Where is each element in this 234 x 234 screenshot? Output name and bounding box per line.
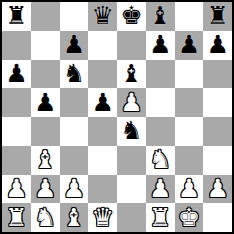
square-d7[interactable]: [88, 31, 117, 60]
square-h4[interactable]: [203, 117, 232, 146]
white-pawn: ♟: [34, 175, 56, 203]
square-c1[interactable]: ♝: [60, 203, 89, 232]
square-g1[interactable]: ♚: [175, 203, 204, 232]
square-c6[interactable]: ♞: [60, 60, 89, 89]
square-d6[interactable]: [88, 60, 117, 89]
black-pawn: ♟: [149, 31, 171, 59]
black-rook: ♜: [206, 2, 228, 30]
square-g2[interactable]: ♟: [175, 175, 204, 204]
square-h2[interactable]: ♟: [203, 175, 232, 204]
square-a8[interactable]: ♜: [2, 2, 31, 31]
white-pawn: ♟: [206, 175, 228, 203]
square-f1[interactable]: ♜: [146, 203, 175, 232]
chess-board: ♜♛♚♝♜♟♟♟♟♟♞♝♟♟♟♞♝♞♟♟♟♟♟♟♜♞♝♛♜♚: [0, 0, 234, 234]
black-pawn: ♟: [91, 89, 113, 117]
square-d2[interactable]: [88, 175, 117, 204]
square-d8[interactable]: ♛: [88, 2, 117, 31]
square-f2[interactable]: ♟: [146, 175, 175, 204]
square-c3[interactable]: [60, 146, 89, 175]
square-f3[interactable]: ♞: [146, 146, 175, 175]
square-b6[interactable]: [31, 60, 60, 89]
black-knight: ♞: [63, 60, 85, 88]
square-e1[interactable]: [117, 203, 146, 232]
white-pawn: ♟: [5, 175, 27, 203]
white-pawn: ♟: [63, 175, 85, 203]
square-g7[interactable]: ♟: [175, 31, 204, 60]
white-knight: ♞: [149, 146, 171, 174]
square-e3[interactable]: [117, 146, 146, 175]
white-queen: ♛: [91, 204, 113, 232]
square-e2[interactable]: [117, 175, 146, 204]
black-rook: ♜: [5, 2, 27, 30]
square-g5[interactable]: [175, 88, 204, 117]
square-a7[interactable]: [2, 31, 31, 60]
square-d1[interactable]: ♛: [88, 203, 117, 232]
square-b1[interactable]: ♞: [31, 203, 60, 232]
black-pawn: ♟: [178, 31, 200, 59]
square-e6[interactable]: ♝: [117, 60, 146, 89]
black-king: ♚: [120, 2, 142, 30]
square-d4[interactable]: [88, 117, 117, 146]
white-pawn: ♟: [178, 175, 200, 203]
square-e5[interactable]: ♟: [117, 88, 146, 117]
white-pawn: ♟: [149, 175, 171, 203]
square-g8[interactable]: [175, 2, 204, 31]
square-g6[interactable]: [175, 60, 204, 89]
square-c2[interactable]: ♟: [60, 175, 89, 204]
square-g3[interactable]: [175, 146, 204, 175]
square-c7[interactable]: ♟: [60, 31, 89, 60]
square-b3[interactable]: ♝: [31, 146, 60, 175]
square-b8[interactable]: [31, 2, 60, 31]
square-f5[interactable]: [146, 88, 175, 117]
square-h7[interactable]: ♟: [203, 31, 232, 60]
square-b2[interactable]: ♟: [31, 175, 60, 204]
square-b7[interactable]: [31, 31, 60, 60]
square-f7[interactable]: ♟: [146, 31, 175, 60]
square-f8[interactable]: ♝: [146, 2, 175, 31]
square-d3[interactable]: [88, 146, 117, 175]
square-a6[interactable]: ♟: [2, 60, 31, 89]
square-a2[interactable]: ♟: [2, 175, 31, 204]
square-f6[interactable]: [146, 60, 175, 89]
black-bishop: ♝: [120, 60, 142, 88]
square-a3[interactable]: [2, 146, 31, 175]
white-pawn: ♟: [120, 89, 142, 117]
square-h8[interactable]: ♜: [203, 2, 232, 31]
square-d5[interactable]: ♟: [88, 88, 117, 117]
square-a4[interactable]: [2, 117, 31, 146]
black-queen: ♛: [91, 2, 113, 30]
white-knight: ♞: [34, 204, 56, 232]
square-c8[interactable]: [60, 2, 89, 31]
black-pawn: ♟: [63, 31, 85, 59]
white-bishop: ♝: [63, 204, 85, 232]
square-h5[interactable]: [203, 88, 232, 117]
square-f4[interactable]: [146, 117, 175, 146]
black-pawn: ♟: [206, 31, 228, 59]
square-e4[interactable]: ♞: [117, 117, 146, 146]
white-rook: ♜: [149, 204, 171, 232]
square-h6[interactable]: [203, 60, 232, 89]
black-knight: ♞: [120, 117, 142, 145]
square-e8[interactable]: ♚: [117, 2, 146, 31]
square-e7[interactable]: [117, 31, 146, 60]
square-c5[interactable]: [60, 88, 89, 117]
square-b4[interactable]: [31, 117, 60, 146]
square-b5[interactable]: ♟: [31, 88, 60, 117]
square-a1[interactable]: ♜: [2, 203, 31, 232]
black-pawn: ♟: [34, 89, 56, 117]
square-h3[interactable]: [203, 146, 232, 175]
square-g4[interactable]: [175, 117, 204, 146]
square-a5[interactable]: [2, 88, 31, 117]
white-bishop: ♝: [34, 146, 56, 174]
white-king: ♚: [178, 204, 200, 232]
white-rook: ♜: [5, 204, 27, 232]
square-c4[interactable]: [60, 117, 89, 146]
square-h1[interactable]: [203, 203, 232, 232]
black-bishop: ♝: [149, 2, 171, 30]
black-pawn: ♟: [5, 60, 27, 88]
